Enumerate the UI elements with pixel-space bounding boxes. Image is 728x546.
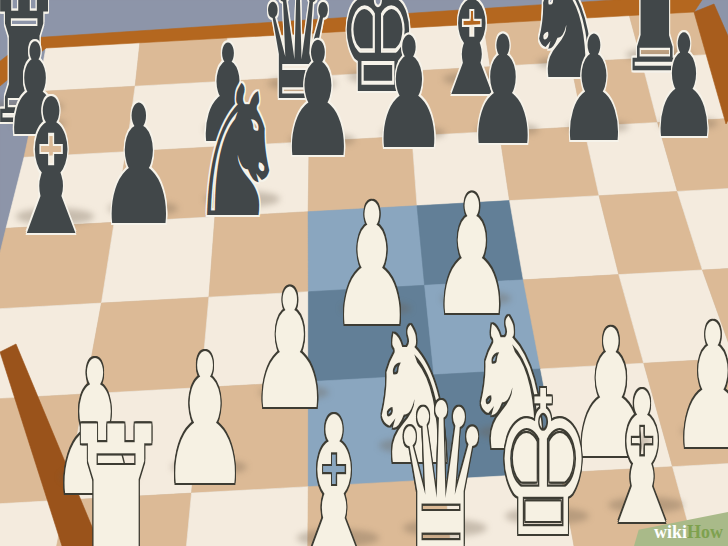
black-pawn-h7: ♟: [649, 16, 719, 158]
white-pawn-b2: ♟: [160, 330, 249, 511]
black-bishop-a6: ♝: [5, 74, 98, 262]
black-pawn-b6: ♟: [98, 84, 179, 249]
watermark-how-text: How: [687, 522, 723, 543]
white-king-e2: ♚: [494, 365, 593, 546]
black-pawn-g7: ♟: [558, 16, 630, 162]
black-pawn-d7: ♟: [279, 21, 357, 179]
white-queen-d2: ♛: [392, 377, 491, 546]
pieces-layer: ♜♞♚♝♛♜♟♟♟♟♟♟♟♞♟♝♟♟♟♟♞♟♞♟♟♝♚♛♝♜: [0, 0, 728, 546]
white-bishop-f2: ♝: [597, 368, 687, 546]
black-pawn-e7: ♟: [371, 17, 447, 171]
chess-board-illustration: ♜♞♚♝♛♜♟♟♟♟♟♟♟♞♟♝♟♟♟♟♞♟♞♟♟♝♚♛♝♜ wikiHow: [0, 0, 728, 546]
white-bishop-c2: ♝: [286, 392, 382, 546]
black-pawn-f7: ♟: [466, 16, 540, 166]
white-rook-a1: ♜: [60, 395, 172, 546]
black-knight-c6: ♞: [189, 62, 286, 243]
